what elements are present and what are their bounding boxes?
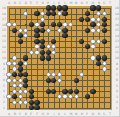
- stone-black: [85, 44, 90, 49]
- coordinate-label: E: [29, 112, 34, 115]
- stone-white: [40, 17, 45, 22]
- coordinate-label: C: [18, 112, 23, 115]
- stone-white: [6, 22, 11, 27]
- stone-black: [102, 55, 107, 60]
- stone-white: [18, 100, 23, 105]
- stone-black: [90, 22, 95, 27]
- stone-white: [68, 94, 73, 99]
- stone-white: [29, 50, 34, 55]
- grid-line: [9, 69, 111, 70]
- stone-black: [74, 78, 79, 83]
- stone-black: [68, 89, 73, 94]
- coordinate-label: H: [46, 112, 51, 115]
- coordinate-label: 12: [114, 45, 119, 48]
- stone-white: [96, 39, 101, 44]
- stone-white: [12, 55, 17, 60]
- stone-black: [18, 66, 23, 71]
- stone-black: [23, 83, 28, 88]
- coordinate-label: L: [63, 112, 68, 115]
- stone-white: [90, 44, 95, 49]
- coordinate-label: 19: [1, 7, 6, 10]
- coordinate-label: 15: [1, 29, 6, 32]
- stone-black: [79, 39, 84, 44]
- stone-white: [102, 11, 107, 16]
- coordinate-label: 17: [1, 18, 6, 21]
- stone-white: [12, 100, 17, 105]
- stone-white: [74, 94, 79, 99]
- stone-black: [90, 89, 95, 94]
- stone-black: [79, 17, 84, 22]
- stone-white: [62, 94, 67, 99]
- stone-black: [29, 22, 34, 27]
- coordinate-label: 1: [114, 106, 119, 109]
- stone-black: [102, 17, 107, 22]
- stone-black: [34, 11, 39, 16]
- coordinate-label: F: [35, 2, 40, 5]
- coordinate-label: 7: [114, 73, 119, 76]
- stone-black: [46, 11, 51, 16]
- coordinate-label: 8: [1, 68, 6, 71]
- stone-black: [34, 33, 39, 38]
- stone-white: [18, 28, 23, 33]
- stone-black: [57, 22, 62, 27]
- stone-white: [23, 89, 28, 94]
- stone-black: [29, 105, 34, 110]
- stone-white: [57, 11, 62, 16]
- stone-white: [62, 22, 67, 27]
- coordinate-label: H: [46, 2, 51, 5]
- stone-white: [68, 22, 73, 27]
- coordinate-label: 4: [1, 90, 6, 93]
- coordinate-label: 6: [1, 79, 6, 82]
- stone-white: [90, 39, 95, 44]
- stone-black: [34, 105, 39, 110]
- coordinate-label: R: [96, 112, 101, 115]
- stone-black: [40, 50, 45, 55]
- coordinate-label: 10: [1, 56, 6, 59]
- stone-white: [90, 55, 95, 60]
- stone-white: [40, 11, 45, 16]
- stone-white: [46, 44, 51, 49]
- stone-black: [85, 28, 90, 33]
- go-board[interactable]: [7, 6, 112, 110]
- coordinate-label: 4: [114, 90, 119, 93]
- stone-black: [51, 39, 56, 44]
- coordinate-label: 5: [1, 84, 6, 87]
- coordinate-label: 2: [114, 101, 119, 104]
- stone-white: [96, 17, 101, 22]
- coordinate-label: G: [40, 2, 45, 5]
- coordinate-label: L: [63, 2, 68, 5]
- stone-white: [12, 61, 17, 66]
- coordinate-label: K: [57, 112, 62, 115]
- stone-white: [96, 11, 101, 16]
- stone-white: [102, 61, 107, 66]
- go-board-app: AABBCCDDEEFFGGHHJJKKLLMMNNOOPPQQRRSSTT19…: [0, 0, 120, 117]
- stone-white: [51, 72, 56, 77]
- stone-white: [51, 44, 56, 49]
- stone-white: [12, 89, 17, 94]
- star-point: [59, 57, 61, 59]
- coordinate-label: 16: [114, 23, 119, 26]
- coordinate-label: 6: [114, 79, 119, 82]
- coordinate-label: P: [85, 112, 90, 115]
- stone-white: [12, 22, 17, 27]
- stone-black: [51, 78, 56, 83]
- stone-black: [12, 28, 17, 33]
- coordinate-label: 5: [114, 84, 119, 87]
- coordinate-label: 9: [114, 62, 119, 65]
- coordinate-label: A: [7, 2, 12, 5]
- stone-black: [12, 94, 17, 99]
- stone-black: [18, 33, 23, 38]
- stone-white: [6, 94, 11, 99]
- stone-black: [51, 5, 56, 10]
- stone-black: [102, 39, 107, 44]
- stone-white: [12, 83, 17, 88]
- coordinate-label: Q: [91, 2, 96, 5]
- coordinate-label: N: [74, 112, 79, 115]
- stone-black: [23, 78, 28, 83]
- coordinate-label: 9: [1, 62, 6, 65]
- stone-black: [40, 22, 45, 27]
- coordinate-label: 3: [1, 95, 6, 98]
- coordinate-label: 11: [114, 51, 119, 54]
- grid-line: [82, 8, 83, 109]
- stone-white: [23, 11, 28, 16]
- stone-black: [62, 5, 67, 10]
- coordinate-label: 14: [1, 34, 6, 37]
- coordinate-label: C: [18, 2, 23, 5]
- grid-line: [9, 108, 111, 109]
- stone-white: [23, 28, 28, 33]
- stone-white: [23, 61, 28, 66]
- stone-black: [96, 61, 101, 66]
- stone-black: [23, 72, 28, 77]
- stone-white: [96, 28, 101, 33]
- coordinate-label: T: [107, 2, 112, 5]
- stone-black: [46, 55, 51, 60]
- coordinate-label: R: [96, 2, 101, 5]
- coordinate-label: 13: [114, 40, 119, 43]
- stone-white: [18, 83, 23, 88]
- stone-black: [51, 11, 56, 16]
- stone-black: [34, 100, 39, 105]
- coordinate-label: K: [57, 2, 62, 5]
- stone-black: [34, 39, 39, 44]
- stone-black: [18, 61, 23, 66]
- coordinate-label: M: [68, 2, 73, 5]
- stone-black: [85, 11, 90, 16]
- stone-white: [96, 22, 101, 27]
- coordinate-label: 10: [114, 56, 119, 59]
- stone-black: [46, 89, 51, 94]
- stone-black: [62, 11, 67, 16]
- stone-black: [29, 94, 34, 99]
- stone-black: [40, 44, 45, 49]
- stone-white: [46, 72, 51, 77]
- stone-black: [62, 33, 67, 38]
- stone-black: [102, 22, 107, 27]
- coordinate-label: 18: [1, 12, 6, 15]
- coordinate-label: B: [12, 2, 17, 5]
- stone-white: [57, 94, 62, 99]
- stone-white: [6, 72, 11, 77]
- stone-black: [62, 89, 67, 94]
- stone-white: [18, 78, 23, 83]
- coordinate-label: 18: [114, 12, 119, 15]
- stone-white: [102, 66, 107, 71]
- stone-black: [96, 55, 101, 60]
- coordinate-label: A: [7, 112, 12, 115]
- stone-white: [6, 78, 11, 83]
- coordinate-label: S: [102, 2, 107, 5]
- stone-white: [12, 78, 17, 83]
- coordinate-label: G: [40, 112, 45, 115]
- coordinate-label: 14: [114, 34, 119, 37]
- stone-black: [62, 28, 67, 33]
- stone-white: [46, 28, 51, 33]
- coordinate-label: 19: [114, 7, 119, 10]
- stone-black: [40, 55, 45, 60]
- coordinate-label: F: [35, 112, 40, 115]
- coordinate-label: 16: [1, 23, 6, 26]
- coordinate-label: 17: [114, 18, 119, 21]
- stone-black: [85, 17, 90, 22]
- coordinate-label: 7: [1, 73, 6, 76]
- coordinate-label: N: [74, 2, 79, 5]
- coordinate-label: 3: [114, 95, 119, 98]
- stone-white: [34, 22, 39, 27]
- stone-black: [29, 100, 34, 105]
- coordinate-label: 8: [114, 68, 119, 71]
- stone-black: [29, 89, 34, 94]
- stone-black: [46, 50, 51, 55]
- stone-black: [74, 89, 79, 94]
- stone-black: [34, 28, 39, 33]
- stone-white: [23, 100, 28, 105]
- stone-white: [34, 50, 39, 55]
- stone-white: [6, 61, 11, 66]
- stone-black: [18, 72, 23, 77]
- stone-black: [12, 72, 17, 77]
- grid-line: [110, 8, 111, 109]
- stone-black: [85, 94, 90, 99]
- stone-black: [40, 39, 45, 44]
- coordinate-label: 13: [1, 40, 6, 43]
- stone-black: [51, 22, 56, 27]
- stone-white: [79, 72, 84, 77]
- stone-black: [18, 39, 23, 44]
- coordinate-label: B: [12, 112, 17, 115]
- coordinate-label: 1: [1, 106, 6, 109]
- stone-white: [57, 72, 62, 77]
- coordinate-label: M: [68, 112, 73, 115]
- coordinate-label: 2: [1, 101, 6, 104]
- stone-white: [18, 89, 23, 94]
- stone-black: [51, 89, 56, 94]
- stone-white: [34, 44, 39, 49]
- stone-white: [51, 50, 56, 55]
- stone-black: [46, 78, 51, 83]
- coordinate-label: P: [85, 2, 90, 5]
- stone-white: [12, 66, 17, 71]
- stone-black: [46, 5, 51, 10]
- stone-white: [90, 28, 95, 33]
- stone-black: [90, 5, 95, 10]
- coordinate-label: E: [29, 2, 34, 5]
- stone-white: [57, 28, 62, 33]
- stone-black: [102, 28, 107, 33]
- stone-black: [23, 55, 28, 60]
- stone-black: [57, 5, 62, 10]
- stone-black: [40, 28, 45, 33]
- stone-white: [90, 17, 95, 22]
- coordinate-label: T: [107, 112, 112, 115]
- coordinate-label: Q: [91, 112, 96, 115]
- coordinate-label: 11: [1, 51, 6, 54]
- stone-white: [23, 33, 28, 38]
- coordinate-label: 15: [114, 29, 119, 32]
- coordinate-label: S: [102, 112, 107, 115]
- coordinate-label: 12: [1, 45, 6, 48]
- stone-white: [18, 94, 23, 99]
- stone-white: [57, 78, 62, 83]
- stone-black: [96, 5, 101, 10]
